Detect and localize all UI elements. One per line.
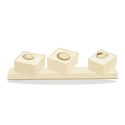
wooden-candle-holder-scene — [0, 0, 125, 125]
product-photo — [0, 0, 125, 125]
